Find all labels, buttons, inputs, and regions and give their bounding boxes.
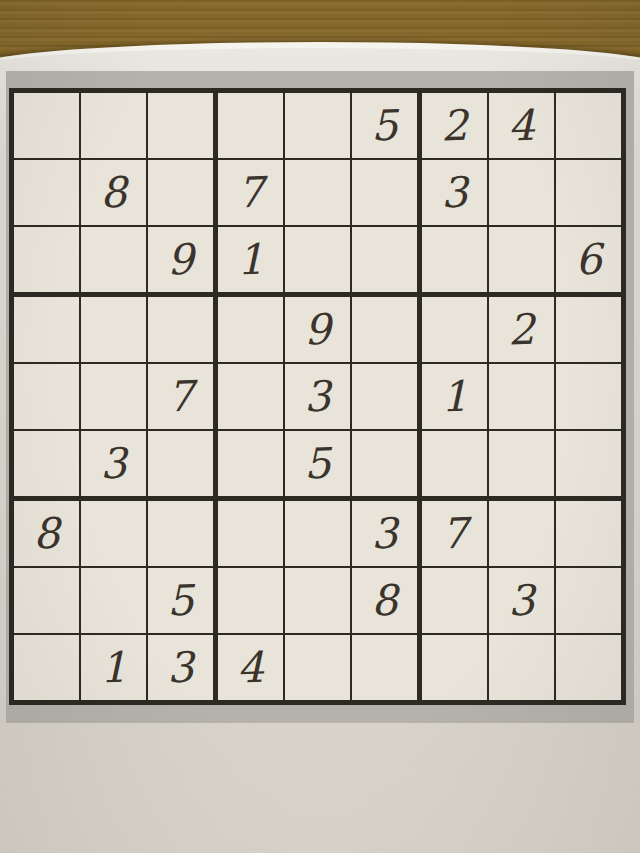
given-digit: 8 — [370, 579, 398, 622]
cell-r1c4[interactable] — [218, 93, 285, 160]
cell-r8c3[interactable]: 5 — [148, 568, 218, 635]
given-digit: 8 — [32, 512, 60, 555]
cell-r3c1[interactable] — [14, 227, 81, 297]
cell-r9c3[interactable]: 3 — [148, 635, 218, 700]
cell-r6c8[interactable] — [489, 431, 556, 501]
cell-r4c6[interactable] — [352, 297, 422, 364]
cell-r2c2[interactable]: 8 — [81, 160, 148, 227]
cell-r9c2[interactable]: 1 — [81, 635, 148, 700]
cell-r7c3[interactable] — [148, 501, 218, 568]
sudoku-grid-frame: 5248739169273135837583134 — [6, 71, 634, 723]
cell-r4c5[interactable]: 9 — [285, 297, 352, 364]
cell-r5c3[interactable]: 7 — [148, 364, 218, 431]
cell-r6c9[interactable] — [556, 431, 621, 501]
given-digit: 8 — [99, 171, 127, 214]
cell-r3c5[interactable] — [285, 227, 352, 297]
cell-r5c1[interactable] — [14, 364, 81, 431]
cell-r3c7[interactable] — [422, 227, 489, 297]
cell-r5c8[interactable] — [489, 364, 556, 431]
cell-r9c8[interactable] — [489, 635, 556, 700]
cell-r5c6[interactable] — [352, 364, 422, 431]
cell-r1c9[interactable] — [556, 93, 621, 160]
given-digit: 4 — [236, 646, 264, 689]
given-digit: 3 — [440, 171, 468, 214]
cell-r7c2[interactable] — [81, 501, 148, 568]
cell-r8c8[interactable]: 3 — [489, 568, 556, 635]
cell-r8c7[interactable] — [422, 568, 489, 635]
given-digit: 7 — [166, 375, 194, 418]
cell-r9c9[interactable] — [556, 635, 621, 700]
cell-r4c8[interactable]: 2 — [489, 297, 556, 364]
given-digit: 2 — [440, 104, 468, 147]
cell-r2c4[interactable]: 7 — [218, 160, 285, 227]
cell-r9c4[interactable]: 4 — [218, 635, 285, 700]
cell-r1c5[interactable] — [285, 93, 352, 160]
cell-r7c1[interactable]: 8 — [14, 501, 81, 568]
cell-r4c3[interactable] — [148, 297, 218, 364]
cell-r2c9[interactable] — [556, 160, 621, 227]
cell-r3c9[interactable]: 6 — [556, 227, 621, 297]
cell-r7c6[interactable]: 3 — [352, 501, 422, 568]
given-digit: 3 — [166, 646, 194, 689]
cell-r5c4[interactable] — [218, 364, 285, 431]
given-digit: 7 — [236, 171, 264, 214]
cell-r2c6[interactable] — [352, 160, 422, 227]
cell-r8c5[interactable] — [285, 568, 352, 635]
given-digit: 5 — [303, 442, 331, 485]
cell-r6c4[interactable] — [218, 431, 285, 501]
given-digit: 3 — [507, 579, 535, 622]
cell-r4c9[interactable] — [556, 297, 621, 364]
cell-r1c2[interactable] — [81, 93, 148, 160]
cell-r3c3[interactable]: 9 — [148, 227, 218, 297]
cell-r6c6[interactable] — [352, 431, 422, 501]
cell-r2c5[interactable] — [285, 160, 352, 227]
cell-r7c9[interactable] — [556, 501, 621, 568]
cell-r8c4[interactable] — [218, 568, 285, 635]
cell-r5c7[interactable]: 1 — [422, 364, 489, 431]
cell-r6c5[interactable]: 5 — [285, 431, 352, 501]
cell-r8c9[interactable] — [556, 568, 621, 635]
cell-r7c5[interactable] — [285, 501, 352, 568]
cell-r6c7[interactable] — [422, 431, 489, 501]
cell-r9c6[interactable] — [352, 635, 422, 700]
cell-r5c9[interactable] — [556, 364, 621, 431]
cell-r8c1[interactable] — [14, 568, 81, 635]
cell-r2c1[interactable] — [14, 160, 81, 227]
cell-r4c4[interactable] — [218, 297, 285, 364]
given-digit: 3 — [99, 442, 127, 485]
cell-r2c8[interactable] — [489, 160, 556, 227]
cell-r8c6[interactable]: 8 — [352, 568, 422, 635]
cell-r7c7[interactable]: 7 — [422, 501, 489, 568]
given-digit: 5 — [370, 104, 398, 147]
cell-r1c3[interactable] — [148, 93, 218, 160]
cell-r4c2[interactable] — [81, 297, 148, 364]
given-digit: 9 — [166, 238, 194, 281]
cell-r7c8[interactable] — [489, 501, 556, 568]
cell-r1c1[interactable] — [14, 93, 81, 160]
given-digit: 7 — [440, 512, 468, 555]
sudoku-board: 5248739169273135837583134 — [9, 88, 626, 705]
cell-r6c1[interactable] — [14, 431, 81, 501]
given-digit: 1 — [236, 238, 264, 281]
cell-r4c1[interactable] — [14, 297, 81, 364]
cell-r1c8[interactable]: 4 — [489, 93, 556, 160]
cell-r1c6[interactable]: 5 — [352, 93, 422, 160]
given-digit: 1 — [99, 646, 127, 689]
given-digit: 5 — [166, 579, 194, 622]
cell-r9c7[interactable] — [422, 635, 489, 700]
cell-r1c7[interactable]: 2 — [422, 93, 489, 160]
given-digit: 9 — [303, 308, 331, 351]
cell-r3c8[interactable] — [489, 227, 556, 297]
cell-r7c4[interactable] — [218, 501, 285, 568]
given-digit: 2 — [507, 308, 535, 351]
cell-r2c7[interactable]: 3 — [422, 160, 489, 227]
cell-r8c2[interactable] — [81, 568, 148, 635]
cell-r5c5[interactable]: 3 — [285, 364, 352, 431]
photo-of-sudoku-puzzle: 5248739169273135837583134 — [0, 0, 640, 853]
cell-r5c2[interactable] — [81, 364, 148, 431]
cell-r6c3[interactable] — [148, 431, 218, 501]
given-digit: 1 — [440, 375, 468, 418]
given-digit: 3 — [370, 512, 398, 555]
cell-r3c6[interactable] — [352, 227, 422, 297]
given-digit: 6 — [574, 238, 602, 281]
cell-r3c4[interactable]: 1 — [218, 227, 285, 297]
cell-r4c7[interactable] — [422, 297, 489, 364]
cell-r3c2[interactable] — [81, 227, 148, 297]
cell-r6c2[interactable]: 3 — [81, 431, 148, 501]
cell-r2c3[interactable] — [148, 160, 218, 227]
cell-r9c1[interactable] — [14, 635, 81, 700]
given-digit: 3 — [303, 375, 331, 418]
given-digit: 4 — [507, 104, 535, 147]
cell-r9c5[interactable] — [285, 635, 352, 700]
